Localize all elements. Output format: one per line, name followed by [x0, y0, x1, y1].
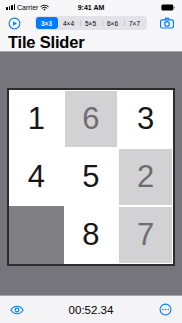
- segment-6×6[interactable]: 6×6: [102, 17, 124, 29]
- segment-7×7[interactable]: 7×7: [124, 17, 146, 29]
- bottom-toolbar: 00:52.34: [0, 295, 182, 323]
- segment-5×5[interactable]: 5×5: [80, 17, 102, 29]
- tile-6[interactable]: 6: [64, 90, 119, 148]
- status-right: [161, 4, 176, 11]
- eye-icon: [10, 305, 24, 315]
- empty-cell: [9, 206, 64, 264]
- app-screen: Carrier 9:41 AM: [0, 0, 182, 323]
- timer-display: 00:52.34: [0, 304, 182, 316]
- tile-4[interactable]: 4: [9, 148, 64, 206]
- tile-5[interactable]: 5: [64, 148, 119, 206]
- segment-3×3[interactable]: 3×3: [36, 17, 58, 29]
- nav-controls-row: 3×34×45×56×67×7: [0, 14, 182, 32]
- page-title: Tile Slider: [0, 32, 182, 52]
- tile-8[interactable]: 8: [64, 206, 119, 264]
- game-area: 16345287: [0, 53, 182, 295]
- tile-2[interactable]: 2: [118, 148, 173, 206]
- play-circle-icon: [8, 17, 21, 30]
- peek-button[interactable]: [10, 305, 24, 315]
- segment-4×4[interactable]: 4×4: [58, 17, 80, 29]
- status-time: 9:41 AM: [0, 4, 182, 11]
- tile-7[interactable]: 7: [118, 206, 173, 264]
- ellipsis-circle-icon: [159, 303, 172, 316]
- top-bar: Carrier 9:41 AM: [0, 0, 182, 52]
- grid-size-segmented-control: 3×34×45×56×67×7: [35, 16, 147, 30]
- tile-3[interactable]: 3: [118, 90, 173, 148]
- camera-icon: [160, 17, 174, 29]
- more-button[interactable]: [159, 303, 172, 316]
- puzzle-board: 16345287: [7, 88, 175, 266]
- status-bar: Carrier 9:41 AM: [0, 0, 182, 14]
- restart-button[interactable]: [8, 17, 21, 30]
- camera-button[interactable]: [160, 17, 174, 29]
- battery-icon: [161, 4, 176, 11]
- tile-1[interactable]: 1: [9, 90, 64, 148]
